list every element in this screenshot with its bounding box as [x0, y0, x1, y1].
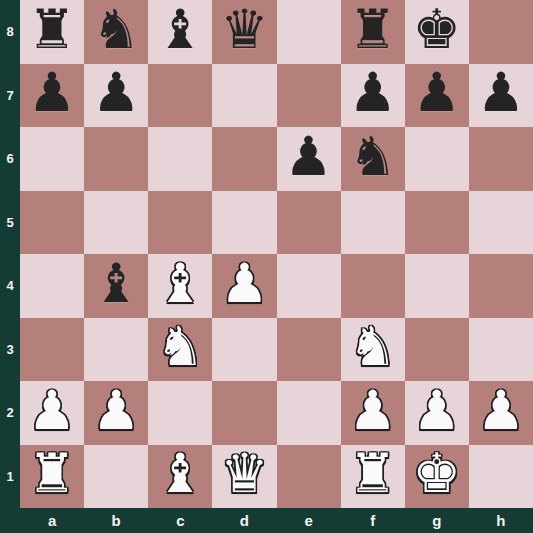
square-d6[interactable]	[212, 127, 276, 191]
square-b6[interactable]	[84, 127, 148, 191]
file-label-h: h	[469, 508, 533, 533]
file-label-a: a	[20, 508, 84, 533]
piece-black-rook: ♜	[348, 3, 396, 57]
square-c7[interactable]	[148, 64, 212, 128]
piece-white-pawn: ♟	[28, 384, 76, 438]
piece-black-knight: ♞	[92, 3, 140, 57]
square-g5[interactable]	[405, 191, 469, 255]
square-b8[interactable]: ♞	[84, 0, 148, 64]
square-c3[interactable]: ♞	[148, 318, 212, 382]
square-e2[interactable]	[277, 381, 341, 445]
square-h4[interactable]	[469, 254, 533, 318]
file-label-c: c	[148, 508, 212, 533]
square-d4[interactable]: ♟	[212, 254, 276, 318]
square-d5[interactable]	[212, 191, 276, 255]
rank-labels: 87654321	[0, 0, 20, 508]
rank-label-8: 8	[0, 0, 20, 64]
square-d2[interactable]	[212, 381, 276, 445]
square-b1[interactable]	[84, 445, 148, 509]
file-labels: abcdefgh	[20, 508, 533, 533]
piece-white-pawn: ♟	[348, 384, 396, 438]
square-h1[interactable]	[469, 445, 533, 509]
piece-black-king: ♚	[413, 3, 461, 57]
piece-black-knight: ♞	[348, 130, 396, 184]
square-c1[interactable]: ♝	[148, 445, 212, 509]
board: ♜♞♝♛♜♚♟♟♟♟♟♟♞♝♝♟♞♞♟♟♟♟♟♜♝♛♜♚	[20, 0, 533, 508]
rank-label-7: 7	[0, 64, 20, 128]
piece-white-knight: ♞	[348, 320, 396, 374]
piece-white-pawn: ♟	[220, 257, 268, 311]
piece-white-bishop: ♝	[156, 257, 204, 311]
file-label-e: e	[277, 508, 341, 533]
square-h5[interactable]	[469, 191, 533, 255]
piece-black-pawn: ♟	[92, 66, 140, 120]
square-a4[interactable]	[20, 254, 84, 318]
square-b5[interactable]	[84, 191, 148, 255]
rank-label-2: 2	[0, 381, 20, 445]
piece-black-pawn: ♟	[413, 66, 461, 120]
square-e8[interactable]	[277, 0, 341, 64]
square-b7[interactable]: ♟	[84, 64, 148, 128]
square-d3[interactable]	[212, 318, 276, 382]
square-f1[interactable]: ♜	[341, 445, 405, 509]
file-label-b: b	[84, 508, 148, 533]
piece-black-pawn: ♟	[477, 66, 525, 120]
square-c5[interactable]	[148, 191, 212, 255]
square-g6[interactable]	[405, 127, 469, 191]
square-g3[interactable]	[405, 318, 469, 382]
square-c6[interactable]	[148, 127, 212, 191]
square-e3[interactable]	[277, 318, 341, 382]
piece-white-pawn: ♟	[413, 384, 461, 438]
piece-black-pawn: ♟	[348, 66, 396, 120]
square-h2[interactable]: ♟	[469, 381, 533, 445]
square-f7[interactable]: ♟	[341, 64, 405, 128]
square-g4[interactable]	[405, 254, 469, 318]
piece-white-bishop: ♝	[156, 447, 204, 501]
square-e4[interactable]	[277, 254, 341, 318]
piece-black-bishop: ♝	[92, 257, 140, 311]
square-h6[interactable]	[469, 127, 533, 191]
square-e7[interactable]	[277, 64, 341, 128]
square-a2[interactable]: ♟	[20, 381, 84, 445]
piece-black-pawn: ♟	[28, 66, 76, 120]
piece-black-pawn: ♟	[284, 130, 332, 184]
square-b2[interactable]: ♟	[84, 381, 148, 445]
square-a8[interactable]: ♜	[20, 0, 84, 64]
square-c4[interactable]: ♝	[148, 254, 212, 318]
rank-label-6: 6	[0, 127, 20, 191]
square-g8[interactable]: ♚	[405, 0, 469, 64]
square-a7[interactable]: ♟	[20, 64, 84, 128]
square-c2[interactable]	[148, 381, 212, 445]
piece-white-pawn: ♟	[92, 384, 140, 438]
square-g1[interactable]: ♚	[405, 445, 469, 509]
square-g7[interactable]: ♟	[405, 64, 469, 128]
square-e1[interactable]	[277, 445, 341, 509]
square-a3[interactable]	[20, 318, 84, 382]
rank-label-1: 1	[0, 445, 20, 509]
square-e6[interactable]: ♟	[277, 127, 341, 191]
square-a5[interactable]	[20, 191, 84, 255]
file-label-f: f	[341, 508, 405, 533]
piece-black-queen: ♛	[220, 3, 268, 57]
file-label-g: g	[405, 508, 469, 533]
rank-label-3: 3	[0, 318, 20, 382]
piece-white-knight: ♞	[156, 320, 204, 374]
square-b4[interactable]: ♝	[84, 254, 148, 318]
file-label-d: d	[212, 508, 276, 533]
square-a1[interactable]: ♜	[20, 445, 84, 509]
square-f5[interactable]	[341, 191, 405, 255]
square-f8[interactable]: ♜	[341, 0, 405, 64]
piece-white-king: ♚	[413, 447, 461, 501]
square-d8[interactable]: ♛	[212, 0, 276, 64]
square-f2[interactable]: ♟	[341, 381, 405, 445]
square-h7[interactable]: ♟	[469, 64, 533, 128]
square-h8[interactable]	[469, 0, 533, 64]
square-c8[interactable]: ♝	[148, 0, 212, 64]
piece-black-rook: ♜	[28, 3, 76, 57]
square-d1[interactable]: ♛	[212, 445, 276, 509]
chess-board-panel: 87654321 ♜♞♝♛♜♚♟♟♟♟♟♟♞♝♝♟♞♞♟♟♟♟♟♜♝♛♜♚ ab…	[0, 0, 533, 533]
rank-label-4: 4	[0, 254, 20, 318]
piece-white-rook: ♜	[28, 447, 76, 501]
piece-black-bishop: ♝	[156, 3, 204, 57]
square-f6[interactable]: ♞	[341, 127, 405, 191]
piece-white-queen: ♛	[220, 447, 268, 501]
square-g2[interactable]: ♟	[405, 381, 469, 445]
square-a6[interactable]	[20, 127, 84, 191]
rank-label-5: 5	[0, 191, 20, 255]
square-e5[interactable]	[277, 191, 341, 255]
square-f4[interactable]	[341, 254, 405, 318]
square-d7[interactable]	[212, 64, 276, 128]
square-f3[interactable]: ♞	[341, 318, 405, 382]
piece-white-rook: ♜	[348, 447, 396, 501]
square-b3[interactable]	[84, 318, 148, 382]
square-h3[interactable]	[469, 318, 533, 382]
piece-white-pawn: ♟	[477, 384, 525, 438]
